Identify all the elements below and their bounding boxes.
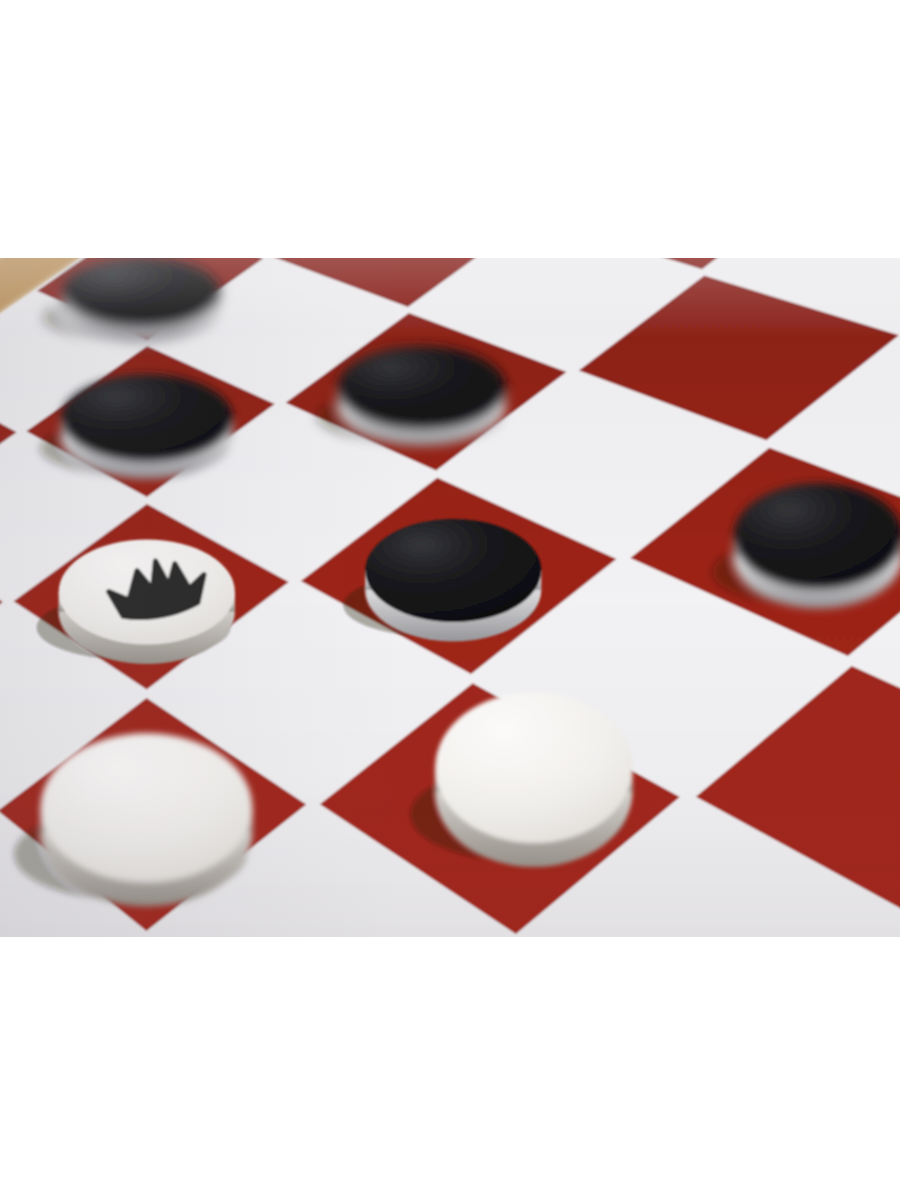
photo-canvas [0,0,900,1200]
piece-face [41,733,253,882]
piece-face [61,374,232,461]
piece-face [365,519,541,622]
piece-face [62,258,220,328]
checkers-scene [0,258,900,937]
piece-face [734,483,900,589]
piece-face [435,692,632,843]
piece-face [338,346,506,429]
checkers-photo [0,258,900,937]
